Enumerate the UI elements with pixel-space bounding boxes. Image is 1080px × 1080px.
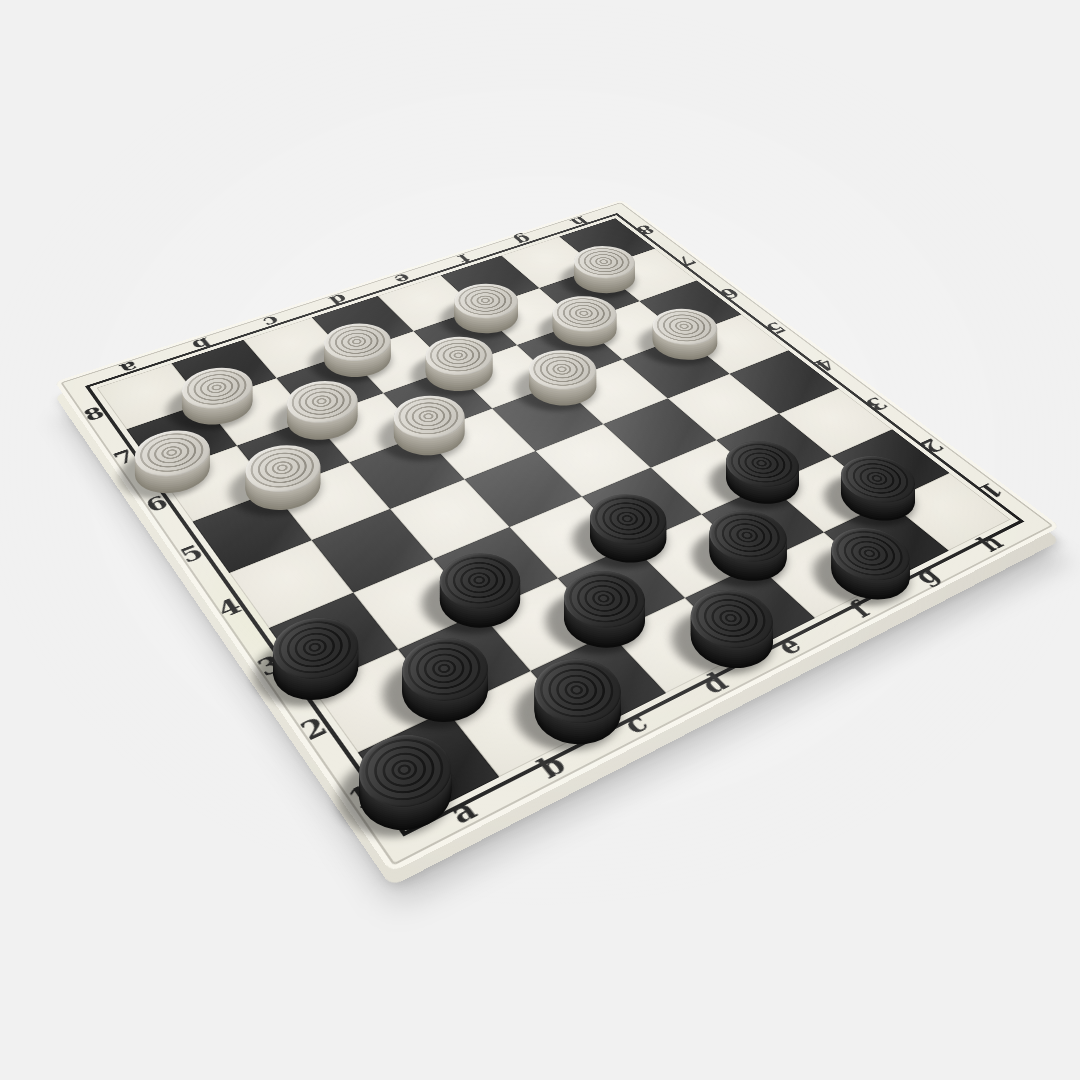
scene: 88aa77bb66cc55dd44ee33ff22gg11hh <box>0 0 1080 1080</box>
